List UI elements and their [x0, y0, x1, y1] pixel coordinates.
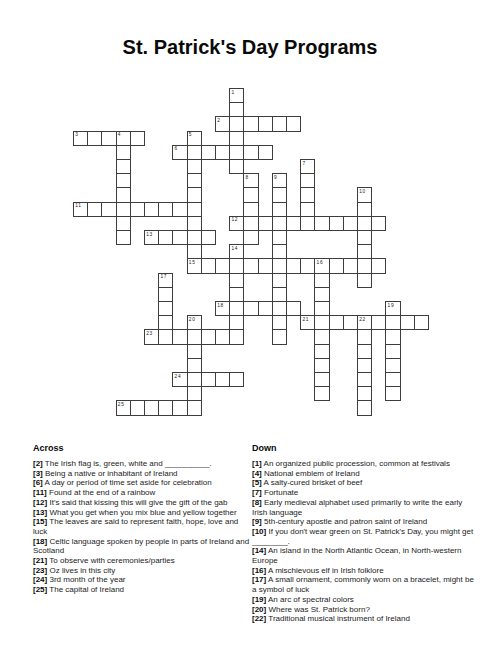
grid-cell-r15c22[interactable]: 19: [385, 301, 400, 316]
clue-number: [14]: [252, 546, 266, 555]
grid-cell-r17c17[interactable]: [314, 329, 329, 344]
cell-number: 5: [189, 132, 192, 137]
grid-cell-r12c11[interactable]: [229, 258, 244, 273]
clue-down-8: [8] Early medieval alphabet used primari…: [252, 498, 479, 517]
cell-number: 17: [160, 274, 167, 279]
grid-cell-r3c2[interactable]: [101, 131, 116, 146]
grid-cell-r10c20[interactable]: [357, 230, 372, 245]
grid-cell-r3c11[interactable]: [229, 131, 244, 146]
grid-cell-r13c20[interactable]: [357, 273, 372, 288]
grid-cell-r19c8[interactable]: [187, 358, 202, 373]
cell-number: 15: [189, 260, 196, 265]
down-header: Down: [252, 443, 479, 453]
grid-cell-r21c8[interactable]: [187, 386, 202, 401]
grid-cell-r6c8[interactable]: [187, 173, 202, 188]
grid-cell-r9c18[interactable]: [329, 216, 344, 231]
grid-cell-r9c21[interactable]: [371, 216, 386, 231]
grid-cell-r16c17[interactable]: [314, 315, 329, 330]
grid-cell-r20c11[interactable]: [229, 372, 244, 387]
cell-number: 3: [75, 132, 78, 137]
grid-cell-r16c21[interactable]: [371, 315, 386, 330]
across-clue-list: [2] The Irish flag is, green, white and …: [33, 459, 252, 595]
grid-cell-r12c12[interactable]: [243, 258, 258, 273]
clue-number: [15]: [33, 517, 47, 526]
grid-cell-r0c11[interactable]: 1: [229, 88, 244, 103]
grid-cell-r15c13[interactable]: [258, 301, 273, 316]
cell-number: 7: [302, 161, 305, 166]
grid-cell-r5c11[interactable]: [229, 159, 244, 174]
grid-cell-r20c8[interactable]: [187, 372, 202, 387]
clue-down-9: [9] 5th-century apostle and patron saint…: [252, 517, 479, 527]
grid-cell-r12c15[interactable]: [286, 258, 301, 273]
cell-number: 21: [302, 317, 309, 322]
grid-cell-r12c19[interactable]: [343, 258, 358, 273]
clue-number: [7]: [252, 488, 262, 497]
grid-cell-r7c16[interactable]: [300, 187, 315, 202]
grid-cell-r20c17[interactable]: [314, 372, 329, 387]
grid-cell-r10c3[interactable]: [116, 230, 131, 245]
grid-cell-r15c15[interactable]: [286, 301, 301, 316]
grid-cell-r15c6[interactable]: [158, 301, 173, 316]
grid-cell-r9c3[interactable]: [116, 216, 131, 231]
grid-cell-r20c9[interactable]: [201, 372, 216, 387]
grid-cell-r14c14[interactable]: [272, 287, 287, 302]
clue-number: [17]: [252, 575, 266, 584]
cell-number: 11: [75, 203, 81, 208]
grid-cell-r18c22[interactable]: [385, 344, 400, 359]
clue-down-5: [5] A salty-cured brisket of beef: [252, 478, 479, 488]
clue-across-2: [2] The Irish flag is, green, white and …: [33, 459, 252, 469]
grid-cell-r8c7[interactable]: [172, 202, 187, 217]
grid-cell-r2c12[interactable]: [243, 116, 258, 131]
grid-cell-r12c17[interactable]: 16: [314, 258, 329, 273]
cell-number: 25: [118, 402, 125, 407]
grid-cell-r17c10[interactable]: [215, 329, 230, 344]
grid-cell-r22c5[interactable]: [144, 400, 159, 415]
grid-cell-r11c11[interactable]: 14: [229, 244, 244, 259]
cell-number: 10: [359, 189, 366, 194]
cell-number: 6: [175, 146, 178, 151]
grid-cell-r3c4[interactable]: [130, 131, 145, 146]
grid-cell-r15c10[interactable]: 18: [215, 301, 230, 316]
clue-down-20: [20] Where was St. Patrick born?: [252, 605, 479, 615]
grid-cell-r22c4[interactable]: [130, 400, 145, 415]
grid-cell-r18c17[interactable]: [314, 344, 329, 359]
clue-number: [18]: [33, 537, 47, 546]
grid-cell-r17c11[interactable]: [229, 329, 244, 344]
clue-number: [2]: [33, 459, 43, 468]
grid-cell-r2c15[interactable]: [286, 116, 301, 131]
grid-cell-r17c22[interactable]: [385, 329, 400, 344]
grid-cell-r16c11[interactable]: [229, 315, 244, 330]
grid-cell-r22c20[interactable]: [357, 400, 372, 415]
cell-number: 1: [231, 90, 234, 95]
grid-cell-r21c20[interactable]: [357, 386, 372, 401]
clue-across-3: [3] Being a native or inhabitant of Irel…: [33, 469, 252, 479]
grid-cell-r7c12[interactable]: [243, 187, 258, 202]
grid-cell-r11c8[interactable]: [187, 244, 202, 259]
grid-cell-r3c3[interactable]: 4: [116, 131, 131, 146]
clue-number: [4]: [252, 469, 262, 478]
clue-down-16: [16] A mischievous elf in Irish folklore: [252, 566, 479, 576]
clue-across-13: [13] What you get when you mix blue and …: [33, 508, 252, 518]
cell-number: 14: [231, 246, 238, 251]
grid-cell-r4c13[interactable]: [258, 145, 273, 160]
grid-cell-r7c3[interactable]: [116, 187, 131, 202]
grid-cell-r4c12[interactable]: [243, 145, 258, 160]
cell-number: 22: [359, 317, 366, 322]
grid-cell-r19c17[interactable]: [314, 358, 329, 373]
across-header: Across: [33, 443, 252, 453]
clue-number: [8]: [252, 498, 262, 507]
clue-across-11: [11] Found at the end of a rainbow: [33, 488, 252, 498]
clue-across-6: [6] A day or period of time set aside fo…: [33, 478, 252, 488]
clue-number: [16]: [252, 566, 266, 575]
grid-cell-r4c7[interactable]: 6: [172, 145, 187, 160]
grid-cell-r21c17[interactable]: [314, 386, 329, 401]
cell-number: 9: [274, 175, 277, 180]
grid-cell-r22c7[interactable]: [172, 400, 187, 415]
grid-cell-r13c6[interactable]: 17: [158, 273, 173, 288]
clue-number: [23]: [33, 566, 47, 575]
grid-cell-r14c11[interactable]: [229, 287, 244, 302]
puzzle-title: St. Patrick's Day Programs: [0, 36, 500, 59]
grid-cell-r2c10[interactable]: 2: [215, 116, 230, 131]
grid-cell-r16c8[interactable]: 20: [187, 315, 202, 330]
clue-down-1: [1] An organized public procession, comm…: [252, 459, 479, 469]
grid-cell-r16c23[interactable]: [400, 315, 415, 330]
grid-cell-r2c14[interactable]: [272, 116, 287, 131]
grid-cell-r4c10[interactable]: [215, 145, 230, 160]
clue-across-24: [24] 3rd month of the year: [33, 575, 252, 585]
grid-cell-r1c11[interactable]: [229, 102, 244, 117]
grid-cell-r4c3[interactable]: [116, 145, 131, 160]
grid-cell-r16c24[interactable]: [414, 315, 429, 330]
clue-number: [1]: [252, 459, 262, 468]
grid-cell-r18c20[interactable]: [357, 344, 372, 359]
cell-number: 20: [189, 317, 196, 322]
cell-number: 4: [118, 132, 121, 137]
cell-number: 12: [231, 217, 238, 222]
grid-cell-r6c14[interactable]: 9: [272, 173, 287, 188]
grid-cell-r8c8[interactable]: [187, 202, 202, 217]
grid-cell-r3c0[interactable]: 3: [73, 131, 88, 146]
grid-cell-r9c19[interactable]: [343, 216, 358, 231]
grid-cell-r10c9[interactable]: [201, 230, 216, 245]
grid-cell-r10c5[interactable]: 13: [144, 230, 159, 245]
clue-down-22: [22] Traditional musical instrument of I…: [252, 614, 479, 624]
clue-number: [11]: [33, 488, 47, 497]
clue-down-14: [14] An island in the North Atlantic Oce…: [252, 546, 479, 565]
clue-across-21: [21] To observe with ceremonies/parties: [33, 556, 252, 566]
clue-down-7: [7] Fortunate: [252, 488, 479, 498]
grid-cell-r6c12[interactable]: 8: [243, 173, 258, 188]
grid-cell-r13c14[interactable]: [272, 273, 287, 288]
grid-cell-r12c13[interactable]: [258, 258, 273, 273]
grid-cell-r16c18[interactable]: [329, 315, 344, 330]
grid-cell-r12c20[interactable]: [357, 258, 372, 273]
grid-cell-r12c9[interactable]: [201, 258, 216, 273]
cell-number: 13: [146, 232, 153, 237]
grid-cell-r5c8[interactable]: [187, 159, 202, 174]
clue-across-18: [18] Celtic language spoken by people in…: [33, 537, 252, 556]
grid-cell-r9c14[interactable]: [272, 216, 287, 231]
grid-cell-r7c20[interactable]: 10: [357, 187, 372, 202]
grid-cell-r8c20[interactable]: [357, 202, 372, 217]
grid-cell-r17c14[interactable]: [272, 329, 287, 344]
clue-number: [10]: [252, 527, 266, 536]
grid-cell-r8c16[interactable]: [300, 202, 315, 217]
grid-cell-r16c14[interactable]: [272, 315, 287, 330]
grid-cell-r9c16[interactable]: [300, 216, 315, 231]
cell-number: 18: [217, 303, 224, 308]
cell-number: 16: [317, 260, 324, 265]
grid-cell-r12c21[interactable]: [371, 258, 386, 273]
clue-down-4: [4] National emblem of Ireland: [252, 469, 479, 479]
grid-cell-r11c14[interactable]: [272, 244, 287, 259]
clue-down-19: [19] An arc of spectral colors: [252, 595, 479, 605]
grid-cell-r4c11[interactable]: [229, 145, 244, 160]
cell-number: 24: [175, 374, 182, 379]
grid-cell-r10c6[interactable]: [158, 230, 173, 245]
grid-cell-r17c8[interactable]: [187, 329, 202, 344]
grid-cell-r10c7[interactable]: [172, 230, 187, 245]
grid-cell-r5c16[interactable]: 7: [300, 159, 315, 174]
grid-cell-r6c3[interactable]: [116, 173, 131, 188]
grid-cell-r22c3[interactable]: 25: [116, 400, 131, 415]
grid-cell-r10c8[interactable]: [187, 230, 202, 245]
grid-cell-r17c6[interactable]: [158, 329, 173, 344]
grid-cell-r20c20[interactable]: [357, 372, 372, 387]
clue-number: [6]: [33, 478, 43, 487]
grid-cell-r5c3[interactable]: [116, 159, 131, 174]
grid-cell-r13c17[interactable]: [314, 273, 329, 288]
grid-cell-r17c7[interactable]: [172, 329, 187, 344]
grid-cell-r20c10[interactable]: [215, 372, 230, 387]
grid-cell-r16c16[interactable]: 21: [300, 315, 315, 330]
grid-cell-r8c3[interactable]: [116, 202, 131, 217]
grid-cell-r19c22[interactable]: [385, 358, 400, 373]
grid-cell-r8c14[interactable]: [272, 202, 287, 217]
grid-cell-r16c22[interactable]: [385, 315, 400, 330]
crossword-grid: 1234567891011121314151617181920212223242…: [73, 88, 430, 416]
grid-cell-r16c6[interactable]: [158, 315, 173, 330]
grid-cell-r8c2[interactable]: [101, 202, 116, 217]
down-clues-section: Down [1] An organized public procession,…: [252, 443, 479, 624]
clue-number: [22]: [252, 614, 266, 623]
grid-cell-r21c22[interactable]: [385, 386, 400, 401]
grid-cell-r2c13[interactable]: [258, 116, 273, 131]
grid-cell-r7c14[interactable]: [272, 187, 287, 202]
grid-cell-r13c11[interactable]: [229, 273, 244, 288]
grid-cell-r9c8[interactable]: [187, 216, 202, 231]
grid-cell-r12c18[interactable]: [329, 258, 344, 273]
grid-cell-r15c17[interactable]: [314, 301, 329, 316]
clue-across-23: [23] Oz lives in this city: [33, 566, 252, 576]
grid-cell-r20c7[interactable]: 24: [172, 372, 187, 387]
grid-cell-r18c8[interactable]: [187, 344, 202, 359]
clue-number: [9]: [252, 517, 262, 526]
clue-across-25: [25] The capital of Ireland: [33, 585, 252, 595]
grid-cell-r9c15[interactable]: [286, 216, 301, 231]
grid-cell-r8c1[interactable]: [87, 202, 102, 217]
cell-number: 8: [246, 175, 249, 180]
clue-number: [3]: [33, 469, 43, 478]
grid-cell-r14c6[interactable]: [158, 287, 173, 302]
grid-cell-r4c8[interactable]: [187, 145, 202, 160]
grid-cell-r14c17[interactable]: [314, 287, 329, 302]
grid-cell-r19c20[interactable]: [357, 358, 372, 373]
grid-cell-r22c8[interactable]: [187, 400, 202, 415]
grid-cell-r15c14[interactable]: [272, 301, 287, 316]
across-clues-section: Across [2] The Irish flag is, green, whi…: [33, 443, 252, 595]
grid-cell-r9c20[interactable]: [357, 216, 372, 231]
clue-down-17: [17] A small ornament, commonly worn on …: [252, 575, 479, 594]
grid-cell-r12c10[interactable]: [215, 258, 230, 273]
grid-cell-r12c14[interactable]: [272, 258, 287, 273]
grid-cell-r8c4[interactable]: [130, 202, 145, 217]
grid-cell-r16c19[interactable]: [343, 315, 358, 330]
cell-number: 2: [217, 118, 220, 123]
grid-cell-r11c20[interactable]: [357, 244, 372, 259]
grid-cell-r17c5[interactable]: 23: [144, 329, 159, 344]
grid-cell-r8c5[interactable]: [144, 202, 159, 217]
clue-down-10: [10] If you don't wear green on St. Patr…: [252, 527, 479, 546]
grid-cell-r12c8[interactable]: 15: [187, 258, 202, 273]
grid-cell-r9c17[interactable]: [314, 216, 329, 231]
grid-cell-r12c16[interactable]: [300, 258, 315, 273]
grid-cell-r10c12[interactable]: [243, 230, 258, 245]
grid-cell-r9c12[interactable]: [243, 216, 258, 231]
clue-number: [5]: [252, 478, 262, 487]
grid-cell-r16c20[interactable]: 22: [357, 315, 372, 330]
grid-cell-r15c12[interactable]: [243, 301, 258, 316]
grid-cell-r6c16[interactable]: [300, 173, 315, 188]
clue-number: [12]: [33, 498, 47, 507]
grid-cell-r4c9[interactable]: [201, 145, 216, 160]
grid-cell-r20c22[interactable]: [385, 372, 400, 387]
clue-number: [19]: [252, 595, 266, 604]
grid-cell-r3c1[interactable]: [87, 131, 102, 146]
cell-number: 19: [388, 303, 395, 308]
grid-cell-r8c0[interactable]: 11: [73, 202, 88, 217]
grid-cell-r22c6[interactable]: [158, 400, 173, 415]
grid-cell-r15c11[interactable]: [229, 301, 244, 316]
grid-cell-r2c11[interactable]: [229, 116, 244, 131]
grid-cell-r9c11[interactable]: 12: [229, 216, 244, 231]
down-clue-list: [1] An organized public procession, comm…: [252, 459, 479, 624]
grid-cell-r17c9[interactable]: [201, 329, 216, 344]
clue-number: [25]: [33, 585, 47, 594]
clue-number: [21]: [33, 556, 47, 565]
grid-cell-r9c13[interactable]: [258, 216, 273, 231]
grid-cell-r8c6[interactable]: [158, 202, 173, 217]
grid-cell-r8c12[interactable]: [243, 202, 258, 217]
clue-across-15: [15] The leaves are said to represent fa…: [33, 517, 252, 536]
clue-number: [24]: [33, 575, 47, 584]
grid-cell-r17c20[interactable]: [357, 329, 372, 344]
grid-cell-r7c8[interactable]: [187, 187, 202, 202]
grid-cell-r3c8[interactable]: 5: [187, 131, 202, 146]
grid-cell-r10c14[interactable]: [272, 230, 287, 245]
cell-number: 23: [146, 331, 153, 336]
clue-number: [20]: [252, 605, 266, 614]
page: St. Patrick's Day Programs 1234567891011…: [0, 0, 500, 647]
clue-across-12: [12] It's said that kissing this will gi…: [33, 498, 252, 508]
clue-number: [13]: [33, 508, 47, 517]
